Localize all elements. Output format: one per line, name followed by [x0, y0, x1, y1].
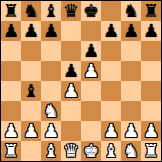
- square-e4[interactable]: [81, 81, 101, 101]
- square-e1[interactable]: ♚: [81, 141, 101, 161]
- piece-white-pawn[interactable]: ♟: [61, 81, 81, 101]
- square-d8[interactable]: ♛: [61, 1, 81, 21]
- square-a7[interactable]: ♟: [1, 21, 21, 41]
- square-a6[interactable]: [1, 41, 21, 61]
- square-c8[interactable]: ♝: [41, 1, 61, 21]
- piece-white-bishop[interactable]: ♝: [41, 141, 61, 161]
- piece-black-bishop[interactable]: ♝: [21, 81, 41, 101]
- square-g2[interactable]: ♟: [121, 121, 141, 141]
- square-d3[interactable]: [61, 101, 81, 121]
- square-a8[interactable]: ♜: [1, 1, 21, 21]
- square-a1[interactable]: ♜: [1, 141, 21, 161]
- square-c4[interactable]: [41, 81, 61, 101]
- piece-white-pawn[interactable]: ♟: [141, 121, 161, 141]
- square-c1[interactable]: ♝: [41, 141, 61, 161]
- square-h8[interactable]: ♜: [141, 1, 161, 21]
- square-g6[interactable]: [121, 41, 141, 61]
- piece-black-knight[interactable]: ♞: [21, 1, 41, 21]
- square-b6[interactable]: [21, 41, 41, 61]
- piece-white-rook[interactable]: ♜: [141, 141, 161, 161]
- square-e8[interactable]: ♚: [81, 1, 101, 21]
- piece-black-pawn[interactable]: ♟: [21, 21, 41, 41]
- piece-black-pawn[interactable]: ♟: [121, 21, 141, 41]
- piece-black-pawn[interactable]: ♟: [41, 21, 61, 41]
- square-d2[interactable]: [61, 121, 81, 141]
- square-h3[interactable]: [141, 101, 161, 121]
- square-h2[interactable]: ♟: [141, 121, 161, 141]
- square-g3[interactable]: [121, 101, 141, 121]
- square-e2[interactable]: [81, 121, 101, 141]
- square-f8[interactable]: [101, 1, 121, 21]
- square-c3[interactable]: ♞: [41, 101, 61, 121]
- piece-white-queen[interactable]: ♛: [61, 141, 81, 161]
- piece-white-pawn[interactable]: ♟: [81, 61, 101, 81]
- square-b7[interactable]: ♟: [21, 21, 41, 41]
- piece-white-pawn[interactable]: ♟: [41, 121, 61, 141]
- square-b5[interactable]: [21, 61, 41, 81]
- square-a4[interactable]: [1, 81, 21, 101]
- piece-black-bishop[interactable]: ♝: [41, 1, 61, 21]
- square-b8[interactable]: ♞: [21, 1, 41, 21]
- square-c2[interactable]: ♟: [41, 121, 61, 141]
- piece-black-king[interactable]: ♚: [81, 1, 101, 21]
- square-f3[interactable]: [101, 101, 121, 121]
- square-h5[interactable]: [141, 61, 161, 81]
- piece-black-queen[interactable]: ♛: [61, 1, 81, 21]
- piece-white-pawn[interactable]: ♟: [101, 121, 121, 141]
- square-e7[interactable]: [81, 21, 101, 41]
- piece-white-knight[interactable]: ♞: [121, 141, 141, 161]
- piece-black-pawn[interactable]: ♟: [141, 21, 161, 41]
- square-g1[interactable]: ♞: [121, 141, 141, 161]
- square-f2[interactable]: ♟: [101, 121, 121, 141]
- square-c7[interactable]: ♟: [41, 21, 61, 41]
- piece-white-king[interactable]: ♚: [81, 141, 101, 161]
- square-f6[interactable]: [101, 41, 121, 61]
- square-a2[interactable]: ♟: [1, 121, 21, 141]
- square-b3[interactable]: [21, 101, 41, 121]
- piece-black-rook[interactable]: ♜: [1, 1, 21, 21]
- square-a5[interactable]: [1, 61, 21, 81]
- piece-black-pawn[interactable]: ♟: [1, 21, 21, 41]
- square-e6[interactable]: ♟: [81, 41, 101, 61]
- piece-white-bishop[interactable]: ♝: [101, 141, 121, 161]
- square-f5[interactable]: [101, 61, 121, 81]
- piece-white-knight[interactable]: ♞: [41, 101, 61, 121]
- square-b2[interactable]: ♟: [21, 121, 41, 141]
- square-d7[interactable]: [61, 21, 81, 41]
- square-f7[interactable]: ♟: [101, 21, 121, 41]
- square-d5[interactable]: ♟: [61, 61, 81, 81]
- square-e5[interactable]: ♟: [81, 61, 101, 81]
- piece-black-rook[interactable]: ♜: [141, 1, 161, 21]
- chess-board-frame: ♜♞♝♛♚♞♜♟♟♟♟♟♟♟♟♟♝♟♞♟♟♟♟♟♟♜♝♛♚♝♞♜: [0, 0, 162, 162]
- square-c6[interactable]: [41, 41, 61, 61]
- square-c5[interactable]: [41, 61, 61, 81]
- square-f4[interactable]: [101, 81, 121, 101]
- piece-black-pawn[interactable]: ♟: [101, 21, 121, 41]
- piece-white-pawn[interactable]: ♟: [1, 121, 21, 141]
- square-b4[interactable]: ♝: [21, 81, 41, 101]
- piece-white-pawn[interactable]: ♟: [121, 121, 141, 141]
- square-g8[interactable]: ♞: [121, 1, 141, 21]
- square-h6[interactable]: [141, 41, 161, 61]
- square-h1[interactable]: ♜: [141, 141, 161, 161]
- square-b1[interactable]: [21, 141, 41, 161]
- piece-black-pawn[interactable]: ♟: [81, 41, 101, 61]
- square-d6[interactable]: [61, 41, 81, 61]
- square-h7[interactable]: ♟: [141, 21, 161, 41]
- piece-white-rook[interactable]: ♜: [1, 141, 21, 161]
- square-g4[interactable]: [121, 81, 141, 101]
- square-d1[interactable]: ♛: [61, 141, 81, 161]
- square-e3[interactable]: [81, 101, 101, 121]
- piece-white-pawn[interactable]: ♟: [21, 121, 41, 141]
- chess-board: ♜♞♝♛♚♞♜♟♟♟♟♟♟♟♟♟♝♟♞♟♟♟♟♟♟♜♝♛♚♝♞♜: [1, 1, 161, 161]
- piece-black-pawn[interactable]: ♟: [61, 61, 81, 81]
- square-f1[interactable]: ♝: [101, 141, 121, 161]
- square-d4[interactable]: ♟: [61, 81, 81, 101]
- square-a3[interactable]: [1, 101, 21, 121]
- square-g5[interactable]: [121, 61, 141, 81]
- square-g7[interactable]: ♟: [121, 21, 141, 41]
- square-h4[interactable]: [141, 81, 161, 101]
- piece-black-knight[interactable]: ♞: [121, 1, 141, 21]
